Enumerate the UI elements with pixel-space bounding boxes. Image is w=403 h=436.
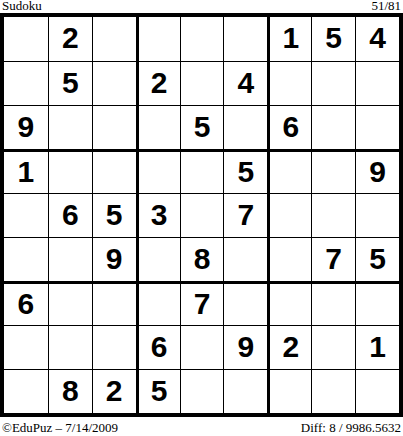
cell-r2c7[interactable] (267, 61, 311, 105)
cell-r1c1[interactable] (4, 17, 48, 61)
given-digit: 9 (369, 157, 386, 187)
cell-r4c5[interactable] (180, 149, 224, 193)
cell-r9c6[interactable] (223, 369, 267, 413)
cell-r6c6[interactable] (223, 237, 267, 281)
cell-r4c2[interactable] (48, 149, 92, 193)
given-digit: 7 (194, 289, 211, 319)
cell-r1c5[interactable] (180, 17, 224, 61)
cell-r7c8[interactable] (311, 281, 355, 325)
cell-r7c5[interactable]: 7 (180, 281, 224, 325)
cell-r6c8[interactable]: 7 (311, 237, 355, 281)
cell-r3c7[interactable]: 6 (267, 105, 311, 149)
given-digit: 5 (325, 23, 342, 53)
given-digit: 1 (18, 157, 35, 187)
given-digit: 1 (369, 332, 386, 362)
given-digit: 5 (194, 112, 211, 142)
cell-r9c9[interactable] (355, 369, 399, 413)
cell-r8c5[interactable] (180, 325, 224, 369)
cell-r4c7[interactable] (267, 149, 311, 193)
cell-r4c4[interactable] (136, 149, 180, 193)
given-digit: 5 (62, 68, 79, 98)
page-header: Sudoku 51/81 (0, 0, 403, 13)
cell-r2c6[interactable]: 4 (223, 61, 267, 105)
given-digit: 2 (106, 376, 123, 406)
cell-r5c8[interactable] (311, 193, 355, 237)
cell-r5c2[interactable]: 6 (48, 193, 92, 237)
cell-r3c5[interactable]: 5 (180, 105, 224, 149)
cell-r9c7[interactable] (267, 369, 311, 413)
cell-r2c1[interactable] (4, 61, 48, 105)
cell-r6c5[interactable]: 8 (180, 237, 224, 281)
cell-r3c4[interactable] (136, 105, 180, 149)
cell-r3c8[interactable] (311, 105, 355, 149)
given-digit: 6 (282, 112, 299, 142)
given-digit: 5 (369, 244, 386, 274)
cell-r6c7[interactable] (267, 237, 311, 281)
cell-r7c1[interactable]: 6 (4, 281, 48, 325)
given-digit: 6 (151, 332, 168, 362)
cell-r4c6[interactable]: 5 (223, 149, 267, 193)
cell-r6c4[interactable] (136, 237, 180, 281)
given-digit: 1 (282, 23, 299, 53)
given-digit: 5 (238, 157, 255, 187)
cell-r1c8[interactable]: 5 (311, 17, 355, 61)
cell-r1c3[interactable] (92, 17, 136, 61)
given-digit: 8 (194, 244, 211, 274)
given-digit: 9 (18, 112, 35, 142)
footer-difficulty: Diff: 8 / 9986.5632 (301, 421, 401, 435)
given-digit: 4 (369, 23, 386, 53)
given-digit: 7 (325, 244, 342, 274)
given-digit: 9 (238, 332, 255, 362)
cell-r8c2[interactable] (48, 325, 92, 369)
footer-credit: ©EduPuz – 7/14/2009 (2, 421, 118, 435)
cell-r6c1[interactable] (4, 237, 48, 281)
given-digit: 4 (238, 68, 255, 98)
cell-r3c2[interactable] (48, 105, 92, 149)
cell-r3c3[interactable] (92, 105, 136, 149)
given-digit: 5 (151, 376, 168, 406)
cell-r1c4[interactable] (136, 17, 180, 61)
cell-r7c9[interactable] (355, 281, 399, 325)
cell-r8c8[interactable] (311, 325, 355, 369)
cell-r6c9[interactable]: 5 (355, 237, 399, 281)
cell-r8c3[interactable] (92, 325, 136, 369)
cell-r2c3[interactable] (92, 61, 136, 105)
cell-r7c7[interactable] (267, 281, 311, 325)
cell-r4c3[interactable] (92, 149, 136, 193)
page-title: Sudoku (2, 0, 42, 12)
cell-r5c7[interactable] (267, 193, 311, 237)
cell-r5c1[interactable] (4, 193, 48, 237)
cell-r5c3[interactable]: 5 (92, 193, 136, 237)
cell-r2c9[interactable] (355, 61, 399, 105)
cell-r6c2[interactable] (48, 237, 92, 281)
cell-r3c1[interactable]: 9 (4, 105, 48, 149)
cell-r5c4[interactable]: 3 (136, 193, 180, 237)
cell-r9c1[interactable] (4, 369, 48, 413)
cell-r7c2[interactable] (48, 281, 92, 325)
cell-r7c3[interactable] (92, 281, 136, 325)
given-digit: 2 (151, 68, 168, 98)
cell-r4c9[interactable]: 9 (355, 149, 399, 193)
cell-r9c8[interactable] (311, 369, 355, 413)
cell-r5c9[interactable] (355, 193, 399, 237)
cell-r5c6[interactable]: 7 (223, 193, 267, 237)
cell-r3c9[interactable] (355, 105, 399, 149)
cell-r9c5[interactable] (180, 369, 224, 413)
cell-r7c6[interactable] (223, 281, 267, 325)
cell-r2c4[interactable]: 2 (136, 61, 180, 105)
sudoku-grid: 215452495615965379875676921825 (0, 13, 403, 417)
given-digit: 8 (62, 376, 79, 406)
cell-r1c2[interactable]: 2 (48, 17, 92, 61)
cell-r9c3[interactable]: 2 (92, 369, 136, 413)
given-digit: 2 (62, 23, 79, 53)
cell-r6c3[interactable]: 9 (92, 237, 136, 281)
cell-r9c4[interactable]: 5 (136, 369, 180, 413)
given-digit: 7 (238, 200, 255, 230)
given-counter: 51/81 (371, 0, 401, 12)
given-digit: 9 (106, 244, 123, 274)
cell-r8c6[interactable]: 9 (223, 325, 267, 369)
cell-r7c4[interactable] (136, 281, 180, 325)
given-digit: 6 (18, 289, 35, 319)
cell-r8c9[interactable]: 1 (355, 325, 399, 369)
cell-r1c6[interactable] (223, 17, 267, 61)
cell-r1c9[interactable]: 4 (355, 17, 399, 61)
cell-r4c1[interactable]: 1 (4, 149, 48, 193)
cell-r1c7[interactable]: 1 (267, 17, 311, 61)
cell-r8c7[interactable]: 2 (267, 325, 311, 369)
cell-r4c8[interactable] (311, 149, 355, 193)
cell-r8c1[interactable] (4, 325, 48, 369)
cell-r2c2[interactable]: 5 (48, 61, 92, 105)
given-digit: 2 (282, 332, 299, 362)
given-digit: 3 (151, 200, 168, 230)
cell-r3c6[interactable] (223, 105, 267, 149)
cell-r2c8[interactable] (311, 61, 355, 105)
cell-r9c2[interactable]: 8 (48, 369, 92, 413)
cell-r8c4[interactable]: 6 (136, 325, 180, 369)
given-digit: 6 (62, 200, 79, 230)
cell-r5c5[interactable] (180, 193, 224, 237)
given-digit: 5 (106, 200, 123, 230)
cell-r2c5[interactable] (180, 61, 224, 105)
page-footer: ©EduPuz – 7/14/2009 Diff: 8 / 9986.5632 (0, 417, 403, 436)
